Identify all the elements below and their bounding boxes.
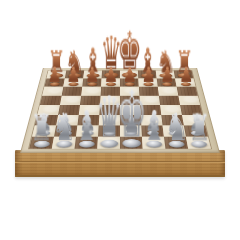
square-b7: ♟ (63, 78, 83, 86)
board-surface-rim: ♜♞♝♛♚♝♞♜♟♟♟♟♟♟♟♟♟♟♟♟♟♟♟♟♜♞♝♛♚♝♞♜ (20, 68, 220, 153)
board-grid: ♜♞♝♛♚♝♞♜♟♟♟♟♟♟♟♟♟♟♟♟♟♟♟♟♜♞♝♛♚♝♞♜ (29, 71, 211, 149)
square-a5 (40, 96, 62, 105)
box-lid-seam (15, 161, 225, 163)
square-b1: ♞ (52, 137, 76, 149)
piece-white-knight: ♞ (51, 108, 75, 146)
square-a7: ♟ (44, 78, 64, 86)
piece-black-pawn: ♟ (84, 64, 99, 85)
piece-black-pawn: ♟ (47, 64, 62, 85)
piece-white-rook: ♜ (30, 110, 52, 147)
box-bottom-edge (15, 175, 225, 177)
square-b6 (62, 87, 83, 96)
square-g7: ♟ (157, 78, 177, 86)
piece-white-bishop: ♝ (142, 105, 166, 146)
square-h1: ♜ (186, 137, 211, 149)
square-e1: ♚ (120, 137, 143, 149)
square-a1: ♜ (29, 137, 54, 149)
square-h6 (177, 87, 198, 96)
square-g1: ♞ (164, 137, 188, 149)
piece-black-pawn: ♟ (178, 64, 193, 85)
square-h7: ♟ (175, 78, 195, 86)
piece-black-pawn: ♟ (160, 64, 175, 85)
square-g6 (158, 87, 179, 96)
square-a6 (42, 87, 63, 96)
piece-black-pawn: ♟ (66, 64, 81, 85)
square-c1: ♝ (75, 137, 98, 149)
chess-box-front-face (15, 150, 225, 177)
square-f1: ♝ (142, 137, 165, 149)
piece-white-bishop: ♝ (74, 105, 98, 146)
piece-white-knight: ♞ (164, 108, 188, 146)
piece-white-rook: ♜ (188, 110, 210, 147)
square-h5 (178, 96, 200, 105)
product-photo-chess-set: ♜♞♝♛♚♝♞♜♟♟♟♟♟♟♟♟♟♟♟♟♟♟♟♟♜♞♝♛♚♝♞♜ (0, 0, 240, 240)
